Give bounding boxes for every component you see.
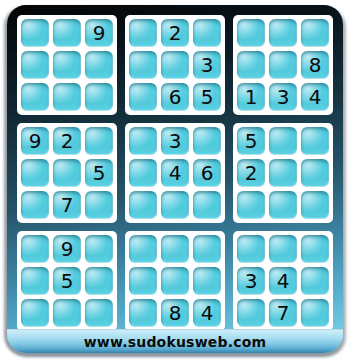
cell-r9c4[interactable]: [129, 299, 157, 327]
cell-r3c1[interactable]: [21, 83, 49, 111]
footer-bar: www.sudokusweb.com: [7, 329, 343, 353]
cell-r7c8[interactable]: [269, 235, 297, 263]
page: 9236581349257346529584347 www.sudokusweb…: [0, 0, 350, 360]
cell-r4c7[interactable]: 5: [237, 127, 265, 155]
cell-r8c3[interactable]: [85, 267, 113, 295]
cell-r2c5[interactable]: [161, 51, 189, 79]
cell-r6c7[interactable]: [237, 191, 265, 219]
cell-r5c2[interactable]: [53, 159, 81, 187]
cell-r5c4[interactable]: [129, 159, 157, 187]
cell-r7c6[interactable]: [193, 235, 221, 263]
cell-r6c3[interactable]: [85, 191, 113, 219]
box-1-2: 2365: [125, 15, 225, 115]
cell-r4c2[interactable]: 2: [53, 127, 81, 155]
cell-r7c1[interactable]: [21, 235, 49, 263]
cell-r4c4[interactable]: [129, 127, 157, 155]
cell-r1c5[interactable]: 2: [161, 19, 189, 47]
sudoku-grid: 9236581349257346529584347: [17, 15, 333, 331]
box-2-3: 52: [233, 123, 333, 223]
cell-r8c5[interactable]: [161, 267, 189, 295]
box-3-2: 84: [125, 231, 225, 331]
sudoku-board: 9236581349257346529584347 www.sudokusweb…: [7, 5, 343, 353]
cell-r1c6[interactable]: [193, 19, 221, 47]
box-3-1: 95: [17, 231, 117, 331]
cell-r1c1[interactable]: [21, 19, 49, 47]
cell-r2c8[interactable]: [269, 51, 297, 79]
cell-r8c7[interactable]: 3: [237, 267, 265, 295]
cell-r9c1[interactable]: [21, 299, 49, 327]
cell-r9c2[interactable]: [53, 299, 81, 327]
cell-r4c3[interactable]: [85, 127, 113, 155]
cell-r6c6[interactable]: [193, 191, 221, 219]
cell-r1c3[interactable]: 9: [85, 19, 113, 47]
cell-r9c9[interactable]: [301, 299, 329, 327]
cell-r7c9[interactable]: [301, 235, 329, 263]
box-2-2: 346: [125, 123, 225, 223]
box-1-3: 8134: [233, 15, 333, 115]
cell-r8c9[interactable]: [301, 267, 329, 295]
cell-r8c1[interactable]: [21, 267, 49, 295]
box-1-1: 9: [17, 15, 117, 115]
cell-r1c2[interactable]: [53, 19, 81, 47]
cell-r5c7[interactable]: 2: [237, 159, 265, 187]
cell-r5c3[interactable]: 5: [85, 159, 113, 187]
cell-r2c7[interactable]: [237, 51, 265, 79]
cell-r4c9[interactable]: [301, 127, 329, 155]
cell-r6c2[interactable]: 7: [53, 191, 81, 219]
box-3-3: 347: [233, 231, 333, 331]
cell-r2c4[interactable]: [129, 51, 157, 79]
cell-r7c3[interactable]: [85, 235, 113, 263]
box-2-1: 9257: [17, 123, 117, 223]
cell-r6c8[interactable]: [269, 191, 297, 219]
cell-r9c7[interactable]: [237, 299, 265, 327]
cell-r3c4[interactable]: [129, 83, 157, 111]
cell-r6c4[interactable]: [129, 191, 157, 219]
cell-r7c5[interactable]: [161, 235, 189, 263]
cell-r8c6[interactable]: [193, 267, 221, 295]
cell-r9c8[interactable]: 7: [269, 299, 297, 327]
cell-r3c3[interactable]: [85, 83, 113, 111]
cell-r3c6[interactable]: 5: [193, 83, 221, 111]
cell-r9c3[interactable]: [85, 299, 113, 327]
cell-r3c5[interactable]: 6: [161, 83, 189, 111]
cell-r4c1[interactable]: 9: [21, 127, 49, 155]
cell-r3c2[interactable]: [53, 83, 81, 111]
cell-r1c8[interactable]: [269, 19, 297, 47]
cell-r4c8[interactable]: [269, 127, 297, 155]
cell-r5c9[interactable]: [301, 159, 329, 187]
cell-r3c9[interactable]: 4: [301, 83, 329, 111]
cell-r2c1[interactable]: [21, 51, 49, 79]
cell-r4c6[interactable]: [193, 127, 221, 155]
cell-r5c8[interactable]: [269, 159, 297, 187]
cell-r6c9[interactable]: [301, 191, 329, 219]
cell-r9c6[interactable]: 4: [193, 299, 221, 327]
cell-r8c4[interactable]: [129, 267, 157, 295]
cell-r5c5[interactable]: 4: [161, 159, 189, 187]
cell-r6c5[interactable]: [161, 191, 189, 219]
cell-r5c1[interactable]: [21, 159, 49, 187]
cell-r2c3[interactable]: [85, 51, 113, 79]
cell-r3c8[interactable]: 3: [269, 83, 297, 111]
cell-r7c4[interactable]: [129, 235, 157, 263]
cell-r1c4[interactable]: [129, 19, 157, 47]
cell-r8c2[interactable]: 5: [53, 267, 81, 295]
cell-r2c2[interactable]: [53, 51, 81, 79]
cell-r6c1[interactable]: [21, 191, 49, 219]
cell-r1c7[interactable]: [237, 19, 265, 47]
cell-r3c7[interactable]: 1: [237, 83, 265, 111]
cell-r7c2[interactable]: 9: [53, 235, 81, 263]
cell-r1c9[interactable]: [301, 19, 329, 47]
cell-r4c5[interactable]: 3: [161, 127, 189, 155]
site-url[interactable]: www.sudokusweb.com: [84, 334, 267, 350]
cell-r2c6[interactable]: 3: [193, 51, 221, 79]
cell-r2c9[interactable]: 8: [301, 51, 329, 79]
cell-r9c5[interactable]: 8: [161, 299, 189, 327]
cell-r5c6[interactable]: 6: [193, 159, 221, 187]
cell-r8c8[interactable]: 4: [269, 267, 297, 295]
cell-r7c7[interactable]: [237, 235, 265, 263]
